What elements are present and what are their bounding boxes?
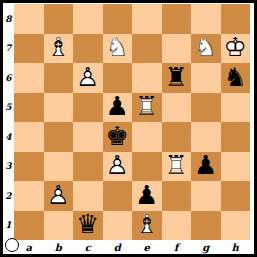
file-label-c: c: [73, 240, 103, 254]
square-h5[interactable]: [221, 93, 251, 123]
square-h2[interactable]: [221, 181, 251, 211]
piece-black-knight[interactable]: ♞: [221, 63, 251, 93]
file-label-g: g: [191, 240, 221, 254]
piece-glyph: ♟: [106, 94, 129, 120]
square-d1[interactable]: [103, 211, 133, 241]
square-g3[interactable]: ♟: [191, 152, 221, 182]
square-g6[interactable]: [191, 63, 221, 93]
square-a6[interactable]: [14, 63, 44, 93]
piece-white-bishop[interactable]: ♝♗: [44, 34, 74, 64]
file-label-b: b: [44, 240, 74, 254]
rank-label-8: 8: [3, 4, 14, 34]
rank-label-2: 2: [3, 181, 14, 211]
square-e8[interactable]: [132, 4, 162, 34]
piece-black-king[interactable]: ♚: [103, 122, 133, 152]
square-g4[interactable]: [191, 122, 221, 152]
file-label-h: h: [221, 240, 251, 254]
square-c7[interactable]: [73, 34, 103, 64]
square-c3[interactable]: [73, 152, 103, 182]
piece-white-pawn[interactable]: ♟♙: [73, 63, 103, 93]
diagram-inner: 87654321 ♝♗♞♘♞♘♚♔♟♙♜♞♟♜♖♚♟♙♜♖♟♟♙♟♛♝♗ abc…: [3, 3, 254, 254]
square-b6[interactable]: [44, 63, 74, 93]
square-a4[interactable]: [14, 122, 44, 152]
square-g5[interactable]: [191, 93, 221, 123]
piece-glyph: ♞: [224, 64, 247, 90]
square-g8[interactable]: [191, 4, 221, 34]
piece-glyph: ♗: [135, 212, 158, 238]
square-g1[interactable]: [191, 211, 221, 241]
piece-white-pawn[interactable]: ♟♙: [103, 152, 133, 182]
square-e2[interactable]: ♟: [132, 181, 162, 211]
piece-glyph: ♙: [76, 64, 99, 90]
piece-glyph: ♙: [106, 153, 129, 179]
square-a3[interactable]: [14, 152, 44, 182]
piece-glyph: ♛: [76, 212, 99, 238]
square-c2[interactable]: [73, 181, 103, 211]
piece-glyph: ♟: [135, 182, 158, 208]
square-c4[interactable]: [73, 122, 103, 152]
square-e7[interactable]: [132, 34, 162, 64]
square-c5[interactable]: [73, 93, 103, 123]
square-b7[interactable]: ♝♗: [44, 34, 74, 64]
rank-label-4: 4: [3, 122, 14, 152]
piece-black-rook[interactable]: ♜: [162, 63, 192, 93]
square-a7[interactable]: [14, 34, 44, 64]
rank-label-3: 3: [3, 152, 14, 182]
square-d2[interactable]: [103, 181, 133, 211]
piece-glyph: ♘: [194, 35, 217, 61]
square-d3[interactable]: ♟♙: [103, 152, 133, 182]
piece-white-rook[interactable]: ♜♖: [162, 152, 192, 182]
piece-black-pawn[interactable]: ♟: [191, 152, 221, 182]
square-b2[interactable]: ♟♙: [44, 181, 74, 211]
square-a8[interactable]: [14, 4, 44, 34]
square-e5[interactable]: ♜♖: [132, 93, 162, 123]
square-h6[interactable]: ♞: [221, 63, 251, 93]
piece-glyph: ♖: [165, 153, 188, 179]
square-a2[interactable]: [14, 181, 44, 211]
square-f6[interactable]: ♜: [162, 63, 192, 93]
piece-white-bishop[interactable]: ♝♗: [132, 211, 162, 241]
file-labels: abcdefgh: [14, 240, 250, 254]
square-b8[interactable]: [44, 4, 74, 34]
file-label-f: f: [162, 240, 192, 254]
rank-label-1: 1: [3, 211, 14, 241]
chess-diagram: 87654321 ♝♗♞♘♞♘♚♔♟♙♜♞♟♜♖♚♟♙♜♖♟♟♙♟♛♝♗ abc…: [0, 0, 257, 257]
square-f1[interactable]: [162, 211, 192, 241]
rank-label-5: 5: [3, 93, 14, 123]
piece-white-pawn[interactable]: ♟♙: [44, 181, 74, 211]
square-f8[interactable]: [162, 4, 192, 34]
square-c1[interactable]: ♛: [73, 211, 103, 241]
square-d8[interactable]: [103, 4, 133, 34]
square-f5[interactable]: [162, 93, 192, 123]
piece-glyph: ♔: [224, 35, 247, 61]
piece-white-king[interactable]: ♚♔: [221, 34, 251, 64]
piece-white-knight[interactable]: ♞♘: [103, 34, 133, 64]
piece-glyph: ♙: [47, 182, 70, 208]
square-d6[interactable]: [103, 63, 133, 93]
square-h7[interactable]: ♚♔: [221, 34, 251, 64]
rank-label-7: 7: [3, 34, 14, 64]
piece-glyph: ♘: [106, 35, 129, 61]
piece-glyph: ♖: [135, 94, 158, 120]
square-f4[interactable]: [162, 122, 192, 152]
square-e4[interactable]: [132, 122, 162, 152]
square-c6[interactable]: ♟♙: [73, 63, 103, 93]
board: ♝♗♞♘♞♘♚♔♟♙♜♞♟♜♖♚♟♙♜♖♟♟♙♟♛♝♗: [14, 4, 250, 240]
piece-glyph: ♗: [47, 35, 70, 61]
square-b4[interactable]: [44, 122, 74, 152]
piece-glyph: ♜: [165, 64, 188, 90]
square-a5[interactable]: [14, 93, 44, 123]
square-e3[interactable]: [132, 152, 162, 182]
square-d4[interactable]: ♚: [103, 122, 133, 152]
square-h4[interactable]: [221, 122, 251, 152]
piece-white-knight[interactable]: ♞♘: [191, 34, 221, 64]
piece-black-queen[interactable]: ♛: [73, 211, 103, 241]
piece-glyph: ♚: [106, 123, 129, 149]
square-b1[interactable]: [44, 211, 74, 241]
file-label-d: d: [103, 240, 133, 254]
square-h8[interactable]: [221, 4, 251, 34]
square-a1[interactable]: [14, 211, 44, 241]
rank-labels: 87654321: [3, 4, 14, 240]
square-f2[interactable]: [162, 181, 192, 211]
square-e1[interactable]: ♝♗: [132, 211, 162, 241]
file-label-e: e: [132, 240, 162, 254]
piece-white-rook[interactable]: ♜♖: [132, 93, 162, 123]
square-g2[interactable]: [191, 181, 221, 211]
white-to-move-circle-icon: [5, 238, 19, 252]
square-d5[interactable]: ♟: [103, 93, 133, 123]
square-f7[interactable]: [162, 34, 192, 64]
square-b5[interactable]: [44, 93, 74, 123]
piece-black-pawn[interactable]: ♟: [132, 181, 162, 211]
square-h3[interactable]: [221, 152, 251, 182]
square-c8[interactable]: [73, 4, 103, 34]
square-h1[interactable]: [221, 211, 251, 241]
square-b3[interactable]: [44, 152, 74, 182]
square-d7[interactable]: ♞♘: [103, 34, 133, 64]
rank-label-6: 6: [3, 63, 14, 93]
piece-black-pawn[interactable]: ♟: [103, 93, 133, 123]
square-f3[interactable]: ♜♖: [162, 152, 192, 182]
square-g7[interactable]: ♞♘: [191, 34, 221, 64]
square-e6[interactable]: [132, 63, 162, 93]
piece-glyph: ♟: [194, 153, 217, 179]
